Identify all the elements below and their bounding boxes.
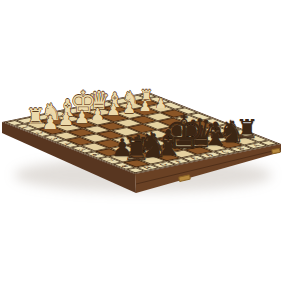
white-pawn-d2[interactable]: ♟ [106, 104, 120, 120]
rank-label-3: 3 [48, 137, 59, 140]
black-rook-h8[interactable]: ♜ [122, 134, 151, 166]
white-pawn-c2[interactable]: ♟ [123, 101, 136, 116]
white-pawn-h2[interactable]: ♟ [42, 114, 59, 132]
rank-label-4: 4 [62, 143, 73, 146]
brass-clasp-icon [272, 148, 281, 153]
rank-label-5: 5 [76, 148, 87, 151]
rank-label-6: 6 [91, 154, 102, 157]
white-pawn-f2[interactable]: ♟ [74, 109, 89, 126]
white-pawn-b2[interactable]: ♟ [139, 99, 152, 113]
chess-set-photo: 12345678HGFEDCBA ♜♞♟♝♟♛♟♚♟♝♟♞♟♜♟♟♟♟♜♟♞♟♝… [0, 0, 285, 285]
white-pawn-e2[interactable]: ♟ [90, 106, 105, 122]
white-pawn-g2[interactable]: ♟ [58, 111, 74, 129]
